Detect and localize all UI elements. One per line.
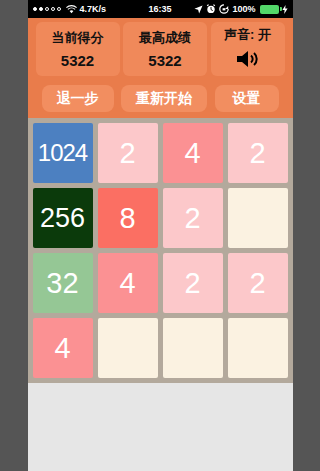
current-score-label: 当前得分 [52,29,104,47]
tile-1024-r0c0: 1024 [33,123,93,183]
signal-dot [45,7,49,11]
current-score-value: 5322 [61,52,94,69]
sound-label: 声音: 开 [224,26,271,44]
signal-dot [39,7,43,11]
app-window: 16:35 4.7K/s [28,0,293,471]
empty-cell-r3c2 [163,318,223,378]
tile-2-r0c3: 2 [228,123,288,183]
alarm-icon [206,4,216,14]
best-score-value: 5322 [148,52,181,69]
tile-4-r2c1: 4 [98,253,158,313]
tile-8-r1c1: 8 [98,188,158,248]
speaker-on-icon[interactable] [235,49,261,73]
empty-cell-r3c3 [228,318,288,378]
wifi-icon [66,5,77,14]
tile-256-r1c0: 256 [33,188,93,248]
signal-strength-icon [33,7,61,11]
best-score-panel: 最高成绩 5322 [123,22,207,76]
tile-2-r1c2: 2 [163,188,223,248]
tile-2-r2c3: 2 [228,253,288,313]
game-board[interactable]: 102424225682324224 [28,118,293,383]
tile-2-r2c2: 2 [163,253,223,313]
tile-2-r0c1: 2 [98,123,158,183]
current-score-panel: 当前得分 5322 [36,22,120,76]
sound-toggle-panel[interactable]: 声音: 开 [211,22,285,76]
signal-dot [57,7,61,11]
tile-4-r3c0: 4 [33,318,93,378]
undo-button[interactable]: 退一步 [42,85,114,112]
network-speed: 4.7K/s [80,4,107,14]
status-bar: 16:35 4.7K/s [28,0,293,18]
signal-dot [51,7,55,11]
battery-icon [260,5,279,14]
tile-4-r0c2: 4 [163,123,223,183]
empty-cell-r1c3 [228,188,288,248]
best-score-label: 最高成绩 [139,29,191,47]
tile-32-r2c0: 32 [33,253,93,313]
bottom-empty-area [28,383,293,471]
signal-dot [33,7,37,11]
settings-button[interactable]: 设置 [215,85,279,112]
restart-button[interactable]: 重新开始 [121,85,207,112]
battery-percent: 100% [232,4,255,14]
empty-cell-r3c1 [98,318,158,378]
header-area: 当前得分 5322 最高成绩 5322 声音: 开 退一步 重新 [28,18,293,118]
charging-bolt-icon [282,5,288,14]
rotation-lock-icon [219,4,229,14]
location-arrow-icon [194,5,203,14]
